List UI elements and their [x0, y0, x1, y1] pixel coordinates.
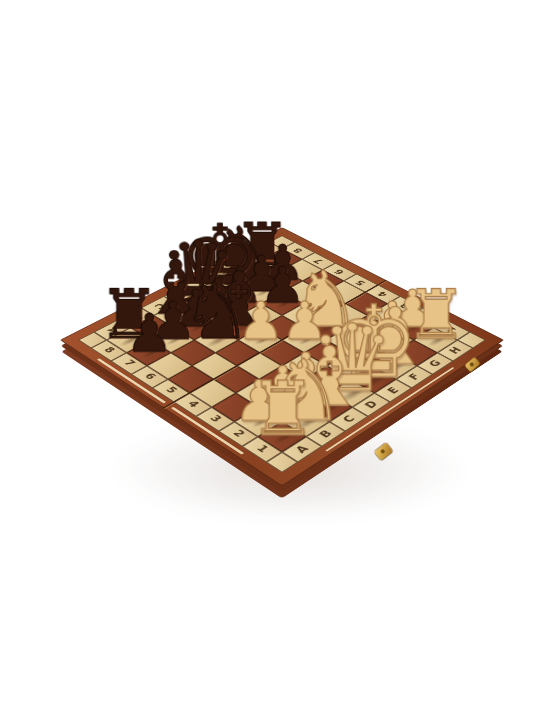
piece-dark-pawn-a7: ♟ — [125, 307, 172, 360]
file-label-far-E-label: E — [196, 279, 210, 287]
rank-label-right-7-label: 7 — [312, 258, 326, 265]
rank-label-right-8-label: 8 — [292, 247, 306, 254]
scene: 88AA77BB66CC55DD44EE33FF22GG11HH ♜♞♟♚♟♛♟… — [0, 0, 540, 720]
file-label-far-F-label: F — [218, 268, 232, 275]
file-label-far-A-label: A — [105, 325, 120, 334]
rank-label-right-6-label: 6 — [333, 268, 347, 275]
file-label-far-H-label: H — [258, 247, 273, 255]
piece-light-rook-a1: ♜ — [249, 372, 316, 447]
file-label-far-D-label: D — [174, 290, 189, 298]
chess-board: 88AA77BB66CC55DD44EE33FF22GG11HH ♜♞♟♚♟♛♟… — [60, 227, 504, 486]
product-photo: 88AA77BB66CC55DD44EE33FF22GG11HH ♜♞♟♚♟♛♟… — [0, 0, 540, 720]
rank-label-right-1-label: 1 — [444, 326, 459, 334]
file-label-far-G-label: G — [238, 257, 253, 265]
